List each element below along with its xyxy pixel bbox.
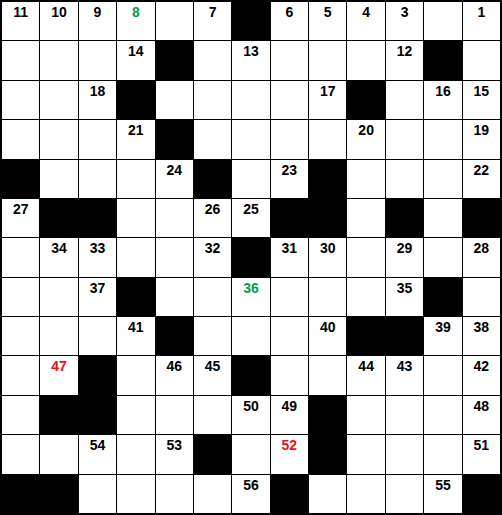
- white-cell-r7c12[interactable]: [424, 238, 461, 276]
- white-cell-r4c10[interactable]: 20: [347, 120, 384, 158]
- white-cell-r5c12[interactable]: [424, 160, 461, 198]
- white-cell-r8c2[interactable]: [40, 278, 77, 316]
- white-cell-r2c10[interactable]: [347, 41, 384, 79]
- white-cell-r4c7[interactable]: [232, 120, 269, 158]
- white-cell-r7c9[interactable]: 30: [309, 238, 346, 276]
- block-cell-r2c12: [424, 41, 461, 79]
- white-cell-r10c11[interactable]: 43: [386, 356, 423, 394]
- white-cell-r9c6[interactable]: [194, 317, 231, 355]
- white-cell-r7c2[interactable]: 34: [40, 238, 77, 276]
- white-cell-r1c6[interactable]: 7: [194, 2, 231, 40]
- clue-number-23: 23: [282, 163, 298, 177]
- block-cell-r13c1: [2, 475, 39, 513]
- white-cell-r11c13[interactable]: 48: [463, 396, 500, 434]
- white-cell-r3c8[interactable]: [271, 81, 308, 119]
- clue-number-1: 1: [477, 5, 485, 19]
- white-cell-r6c1[interactable]: 27: [2, 199, 39, 237]
- white-cell-r13c7[interactable]: 56: [232, 475, 269, 513]
- clue-number-47: 47: [51, 359, 67, 373]
- clue-number-14: 14: [128, 44, 144, 58]
- white-cell-r5c13[interactable]: 22: [463, 160, 500, 198]
- block-cell-r10c7: [232, 356, 269, 394]
- white-cell-r13c10[interactable]: [347, 475, 384, 513]
- white-cell-r9c3[interactable]: [79, 317, 116, 355]
- white-cell-r13c12[interactable]: 55: [424, 475, 461, 513]
- white-cell-r3c11[interactable]: [386, 81, 423, 119]
- white-cell-r4c6[interactable]: [194, 120, 231, 158]
- white-cell-r8c9[interactable]: [309, 278, 346, 316]
- block-cell-r6c11: [386, 199, 423, 237]
- clue-number-35: 35: [397, 281, 413, 295]
- white-cell-r10c12[interactable]: [424, 356, 461, 394]
- white-cell-r12c4[interactable]: [117, 435, 154, 473]
- white-cell-r11c1[interactable]: [2, 396, 39, 434]
- block-cell-r3c4: [117, 81, 154, 119]
- block-cell-r6c2: [40, 199, 77, 237]
- white-cell-r2c11[interactable]: 12: [386, 41, 423, 79]
- clue-number-4: 4: [362, 5, 370, 19]
- white-cell-r2c2[interactable]: [40, 41, 77, 79]
- white-cell-r3c3[interactable]: 18: [79, 81, 116, 119]
- white-cell-r3c13[interactable]: 15: [463, 81, 500, 119]
- white-cell-r9c12[interactable]: 39: [424, 317, 461, 355]
- white-cell-r11c8[interactable]: 49: [271, 396, 308, 434]
- block-cell-r11c9: [309, 396, 346, 434]
- white-cell-r10c6[interactable]: 45: [194, 356, 231, 394]
- block-cell-r9c10: [347, 317, 384, 355]
- clue-number-18: 18: [90, 84, 106, 98]
- clue-number-8: 8: [132, 5, 140, 19]
- clue-number-55: 55: [435, 478, 451, 492]
- clue-number-37: 37: [90, 281, 106, 295]
- white-cell-r9c7[interactable]: [232, 317, 269, 355]
- clue-number-52: 52: [282, 438, 298, 452]
- white-cell-r8c6[interactable]: [194, 278, 231, 316]
- block-cell-r10c3: [79, 356, 116, 394]
- white-cell-r3c7[interactable]: [232, 81, 269, 119]
- white-cell-r11c6[interactable]: [194, 396, 231, 434]
- white-cell-r6c5[interactable]: [156, 199, 193, 237]
- white-cell-r1c8[interactable]: 6: [271, 2, 308, 40]
- white-cell-r11c11[interactable]: [386, 396, 423, 434]
- block-cell-r5c1: [2, 160, 39, 198]
- clue-number-19: 19: [474, 123, 490, 137]
- white-cell-r7c13[interactable]: 28: [463, 238, 500, 276]
- clue-number-11: 11: [13, 5, 28, 19]
- block-cell-r1c7: [232, 2, 269, 40]
- clue-number-5: 5: [324, 5, 332, 19]
- white-cell-r1c1[interactable]: 11: [2, 2, 39, 40]
- white-cell-r13c3[interactable]: [79, 475, 116, 513]
- white-cell-r9c13[interactable]: 38: [463, 317, 500, 355]
- white-cell-r12c1[interactable]: [2, 435, 39, 473]
- clue-number-32: 32: [205, 241, 221, 255]
- white-cell-r7c8[interactable]: 31: [271, 238, 308, 276]
- white-cell-r5c11[interactable]: [386, 160, 423, 198]
- crossword-board: 1110987654311413121817161521201924232227…: [0, 0, 502, 515]
- clue-number-51: 51: [474, 438, 490, 452]
- white-cell-r12c10[interactable]: [347, 435, 384, 473]
- block-cell-r6c9: [309, 199, 346, 237]
- white-cell-r1c10[interactable]: 4: [347, 2, 384, 40]
- block-cell-r2c5: [156, 41, 193, 79]
- clue-number-7: 7: [209, 5, 217, 19]
- block-cell-r7c7: [232, 238, 269, 276]
- white-cell-r13c4[interactable]: [117, 475, 154, 513]
- white-cell-r3c1[interactable]: [2, 81, 39, 119]
- block-cell-r12c6: [194, 435, 231, 473]
- white-cell-r5c8[interactable]: 23: [271, 160, 308, 198]
- white-cell-r13c5[interactable]: [156, 475, 193, 513]
- clue-number-43: 43: [397, 359, 413, 373]
- clue-number-22: 22: [474, 163, 490, 177]
- white-cell-r6c12[interactable]: [424, 199, 461, 237]
- clue-number-6: 6: [285, 5, 293, 19]
- white-cell-r2c4[interactable]: 14: [117, 41, 154, 79]
- white-cell-r8c1[interactable]: [2, 278, 39, 316]
- white-cell-r9c4[interactable]: 41: [117, 317, 154, 355]
- block-cell-r6c8: [271, 199, 308, 237]
- clue-number-40: 40: [320, 320, 336, 334]
- block-cell-r8c4: [117, 278, 154, 316]
- white-cell-r4c11[interactable]: [386, 120, 423, 158]
- white-cell-r9c1[interactable]: [2, 317, 39, 355]
- block-cell-r13c13: [463, 475, 500, 513]
- white-cell-r6c7[interactable]: 25: [232, 199, 269, 237]
- white-cell-r7c5[interactable]: [156, 238, 193, 276]
- white-cell-r7c11[interactable]: 29: [386, 238, 423, 276]
- white-cell-r10c4[interactable]: [117, 356, 154, 394]
- clue-number-28: 28: [474, 241, 490, 255]
- block-cell-r8c12: [424, 278, 461, 316]
- clue-number-24: 24: [166, 163, 182, 177]
- clue-number-34: 34: [51, 241, 67, 255]
- white-cell-r12c12[interactable]: [424, 435, 461, 473]
- white-cell-r1c2[interactable]: 10: [40, 2, 77, 40]
- white-cell-r4c1[interactable]: [2, 120, 39, 158]
- white-cell-r11c7[interactable]: 50: [232, 396, 269, 434]
- white-cell-r2c8[interactable]: [271, 41, 308, 79]
- clue-number-33: 33: [90, 241, 106, 255]
- white-cell-r3c12[interactable]: 16: [424, 81, 461, 119]
- clue-number-49: 49: [282, 399, 298, 413]
- clue-number-39: 39: [435, 320, 451, 334]
- white-cell-r11c10[interactable]: [347, 396, 384, 434]
- white-cell-r8c13[interactable]: [463, 278, 500, 316]
- block-cell-r11c3: [79, 396, 116, 434]
- white-cell-r5c7[interactable]: [232, 160, 269, 198]
- white-cell-r8c10[interactable]: [347, 278, 384, 316]
- white-cell-r3c5[interactable]: [156, 81, 193, 119]
- block-cell-r4c5: [156, 120, 193, 158]
- clue-number-42: 42: [474, 359, 490, 373]
- clue-number-45: 45: [205, 359, 221, 373]
- white-cell-r2c6[interactable]: [194, 41, 231, 79]
- white-cell-r8c7[interactable]: 36: [232, 278, 269, 316]
- block-cell-r5c6: [194, 160, 231, 198]
- white-cell-r1c13[interactable]: 1: [463, 2, 500, 40]
- white-cell-r4c3[interactable]: [79, 120, 116, 158]
- clue-number-9: 9: [94, 5, 102, 19]
- white-cell-r12c3[interactable]: 54: [79, 435, 116, 473]
- white-cell-r4c2[interactable]: [40, 120, 77, 158]
- clue-number-13: 13: [243, 44, 259, 58]
- clue-number-44: 44: [358, 359, 374, 373]
- white-cell-r2c3[interactable]: [79, 41, 116, 79]
- white-cell-r2c13[interactable]: [463, 41, 500, 79]
- white-cell-r12c13[interactable]: 51: [463, 435, 500, 473]
- white-cell-r1c9[interactable]: 5: [309, 2, 346, 40]
- white-cell-r1c5[interactable]: [156, 2, 193, 40]
- white-cell-r13c11[interactable]: [386, 475, 423, 513]
- clue-number-12: 12: [397, 44, 413, 58]
- white-cell-r12c5[interactable]: 53: [156, 435, 193, 473]
- white-cell-r10c10[interactable]: 44: [347, 356, 384, 394]
- white-cell-r4c9[interactable]: [309, 120, 346, 158]
- clue-number-36: 36: [243, 281, 259, 295]
- white-cell-r7c4[interactable]: [117, 238, 154, 276]
- white-cell-r5c2[interactable]: [40, 160, 77, 198]
- white-cell-r10c5[interactable]: 46: [156, 356, 193, 394]
- white-cell-r9c2[interactable]: [40, 317, 77, 355]
- white-cell-r8c5[interactable]: [156, 278, 193, 316]
- block-cell-r13c8: [271, 475, 308, 513]
- clue-number-26: 26: [205, 202, 221, 216]
- clue-number-3: 3: [401, 5, 409, 19]
- clue-number-56: 56: [243, 478, 259, 492]
- white-cell-r9c9[interactable]: 40: [309, 317, 346, 355]
- clue-number-31: 31: [282, 241, 298, 255]
- white-cell-r8c8[interactable]: [271, 278, 308, 316]
- white-cell-r12c8[interactable]: 52: [271, 435, 308, 473]
- white-cell-r1c3[interactable]: 9: [79, 2, 116, 40]
- white-cell-r7c6[interactable]: 32: [194, 238, 231, 276]
- white-cell-r6c6[interactable]: 26: [194, 199, 231, 237]
- clue-number-15: 15: [474, 84, 490, 98]
- white-cell-r12c7[interactable]: [232, 435, 269, 473]
- white-cell-r3c6[interactable]: [194, 81, 231, 119]
- white-cell-r12c11[interactable]: [386, 435, 423, 473]
- white-cell-r11c5[interactable]: [156, 396, 193, 434]
- block-cell-r6c13: [463, 199, 500, 237]
- white-cell-r5c10[interactable]: [347, 160, 384, 198]
- white-cell-r7c10[interactable]: [347, 238, 384, 276]
- clue-number-21: 21: [128, 123, 144, 137]
- white-cell-r5c3[interactable]: [79, 160, 116, 198]
- block-cell-r13c2: [40, 475, 77, 513]
- clue-number-38: 38: [474, 320, 490, 334]
- white-cell-r5c4[interactable]: [117, 160, 154, 198]
- clue-number-25: 25: [243, 202, 259, 216]
- white-cell-r7c1[interactable]: [2, 238, 39, 276]
- white-cell-r1c11[interactable]: 3: [386, 2, 423, 40]
- clue-number-29: 29: [397, 241, 413, 255]
- white-cell-r8c3[interactable]: 37: [79, 278, 116, 316]
- clue-number-16: 16: [435, 84, 451, 98]
- white-cell-r5c5[interactable]: 24: [156, 160, 193, 198]
- block-cell-r11c2: [40, 396, 77, 434]
- white-cell-r11c4[interactable]: [117, 396, 154, 434]
- white-cell-r2c9[interactable]: [309, 41, 346, 79]
- white-cell-r1c12[interactable]: [424, 2, 461, 40]
- clue-number-54: 54: [90, 438, 106, 452]
- white-cell-r6c4[interactable]: [117, 199, 154, 237]
- clue-number-17: 17: [320, 84, 336, 98]
- block-cell-r6c3: [79, 199, 116, 237]
- clue-number-53: 53: [166, 438, 182, 452]
- clue-number-27: 27: [13, 202, 29, 216]
- white-cell-r2c7[interactable]: 13: [232, 41, 269, 79]
- clue-number-41: 41: [128, 320, 144, 334]
- block-cell-r9c11: [386, 317, 423, 355]
- white-cell-r4c12[interactable]: [424, 120, 461, 158]
- white-cell-r3c2[interactable]: [40, 81, 77, 119]
- clue-number-48: 48: [474, 399, 490, 413]
- white-cell-r4c8[interactable]: [271, 120, 308, 158]
- clue-number-10: 10: [51, 5, 67, 19]
- white-cell-r10c13[interactable]: 42: [463, 356, 500, 394]
- block-cell-r5c9: [309, 160, 346, 198]
- white-cell-r8c11[interactable]: 35: [386, 278, 423, 316]
- clue-number-30: 30: [320, 241, 336, 255]
- block-cell-r3c10: [347, 81, 384, 119]
- clue-number-46: 46: [166, 359, 182, 373]
- white-cell-r6c10[interactable]: [347, 199, 384, 237]
- white-cell-r13c6[interactable]: [194, 475, 231, 513]
- white-cell-r2c1[interactable]: [2, 41, 39, 79]
- white-cell-r1c4[interactable]: 8: [117, 2, 154, 40]
- white-cell-r11c12[interactable]: [424, 396, 461, 434]
- block-cell-r9c5: [156, 317, 193, 355]
- white-cell-r13c9[interactable]: [309, 475, 346, 513]
- white-cell-r7c3[interactable]: 33: [79, 238, 116, 276]
- white-cell-r9c8[interactable]: [271, 317, 308, 355]
- white-cell-r10c9[interactable]: [309, 356, 346, 394]
- white-cell-r10c8[interactable]: [271, 356, 308, 394]
- white-cell-r12c2[interactable]: [40, 435, 77, 473]
- white-cell-r10c1[interactable]: [2, 356, 39, 394]
- block-cell-r12c9: [309, 435, 346, 473]
- white-cell-r3c9[interactable]: 17: [309, 81, 346, 119]
- clue-number-20: 20: [358, 123, 374, 137]
- white-cell-r10c2[interactable]: 47: [40, 356, 77, 394]
- white-cell-r4c13[interactable]: 19: [463, 120, 500, 158]
- clue-number-50: 50: [243, 399, 259, 413]
- white-cell-r4c4[interactable]: 21: [117, 120, 154, 158]
